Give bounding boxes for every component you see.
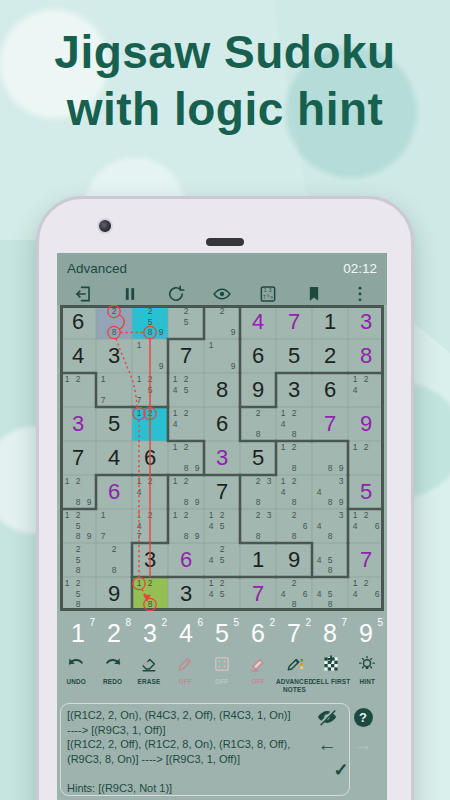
- candidate-digit: 9: [84, 531, 94, 542]
- user-value: 5: [348, 475, 384, 509]
- candidate-digit: 1: [134, 476, 144, 487]
- numpad-digit: 7: [287, 619, 301, 647]
- given-value: 9: [276, 543, 312, 577]
- candidate-digit: 8: [181, 497, 191, 508]
- prev-hint-arrow[interactable]: ←: [315, 733, 339, 757]
- candidate-digit: 5: [217, 589, 227, 600]
- candidate-digit: 5: [181, 385, 191, 396]
- numpad-digit: 5: [215, 619, 229, 647]
- cell-r1c2[interactable]: 28: [96, 305, 132, 339]
- numpad-5[interactable]: 55: [204, 615, 240, 651]
- cell-r9c9[interactable]: 1246: [348, 577, 384, 611]
- candidate-digit: 1: [206, 510, 216, 521]
- candidate-digit: 2: [253, 510, 263, 521]
- cell-r8c8[interactable]: 458: [312, 543, 348, 577]
- candidate-digit: 8: [325, 565, 335, 576]
- candidate-digit: 5: [325, 589, 335, 600]
- cell-r6c1[interactable]: 1289: [60, 475, 96, 509]
- cell-r2c9[interactable]: 8: [348, 339, 384, 373]
- svg-text:9: 9: [271, 295, 274, 300]
- candidate-digit: 2: [145, 510, 155, 521]
- cell-r5c5[interactable]: 3: [204, 441, 240, 475]
- candidate-digit: 2: [145, 578, 155, 589]
- candidate-digit: 2: [73, 544, 83, 555]
- numpad-digit: 4: [179, 619, 193, 647]
- cell-r4c5[interactable]: 6: [204, 407, 240, 441]
- eraser-icon: [139, 654, 159, 674]
- cell-r9c6[interactable]: 7: [240, 577, 276, 611]
- erase-button[interactable]: ERASE: [131, 651, 167, 699]
- numpad-8[interactable]: 87: [312, 615, 348, 651]
- cell-r6c5[interactable]: 7: [204, 475, 240, 509]
- apply-hint-check[interactable]: ✓: [329, 758, 353, 782]
- numpad-remaining-count: 7: [89, 617, 95, 628]
- exit-icon[interactable]: [73, 284, 95, 304]
- svg-text:1: 1: [264, 287, 267, 293]
- candidate-digit: 9: [192, 531, 202, 542]
- candidate-digit: 9: [336, 497, 346, 508]
- candidate-digit: 1: [170, 442, 180, 453]
- cell-r7c2[interactable]: 17: [96, 509, 132, 543]
- candidate-digit: 2: [181, 306, 191, 317]
- candidate-digit: 1: [278, 408, 288, 419]
- numpad-7[interactable]: 72: [276, 615, 312, 651]
- candidate-digit: 1: [62, 374, 72, 385]
- title-line-2: with logic hint: [0, 81, 450, 138]
- restart-icon[interactable]: [165, 284, 187, 304]
- hint-log-blank-line: [67, 766, 343, 781]
- candidate-digit: 5: [73, 589, 83, 600]
- cell-r1c7[interactable]: 7: [276, 305, 312, 339]
- cell-first-button[interactable]: CELL FIRST: [313, 651, 349, 699]
- cell-r8c5[interactable]: 245: [204, 543, 240, 577]
- user-value: 8: [348, 339, 384, 373]
- candidate-digit: 7: [98, 531, 108, 542]
- candidate-digit: 5: [73, 521, 83, 532]
- off-button[interactable]: OFF: [167, 651, 203, 699]
- candidate-digit: 2: [289, 408, 299, 419]
- app-screen: Advanced 02:12 13759 6282589252947134319…: [57, 253, 387, 800]
- off-button[interactable]: OFF: [240, 651, 276, 699]
- cell-r9c7[interactable]: 2468: [276, 577, 312, 611]
- given-value: 8: [204, 373, 240, 407]
- cell-r9c8[interactable]: 458: [312, 577, 348, 611]
- cell-r5c2[interactable]: 4: [96, 441, 132, 475]
- given-value: 5: [240, 441, 276, 475]
- cell-r4c8[interactable]: 7: [312, 407, 348, 441]
- cell-r6c9[interactable]: 5: [348, 475, 384, 509]
- cell-r3c7[interactable]: 3: [276, 373, 312, 407]
- pencil-icon: [175, 654, 195, 674]
- hint-button[interactable]: HINT: [349, 651, 385, 699]
- cell-r8c7[interactable]: 9: [276, 543, 312, 577]
- candidate-digit: 8: [289, 429, 299, 440]
- cell-r6c2[interactable]: 6: [96, 475, 132, 509]
- app-bar: Advanced 02:12 13759: [57, 253, 387, 305]
- candidate-digit: 1: [134, 510, 144, 521]
- user-value: 9: [348, 407, 384, 441]
- cell-r3c6[interactable]: 9: [240, 373, 276, 407]
- candidate-digit: 1: [134, 408, 144, 419]
- cell-r3c9[interactable]: 124: [348, 373, 384, 407]
- hint-log-line: [(R1C2, 2, On), (R4C3, 2, Off), (R4C3, 1…: [67, 708, 343, 723]
- candidate-digit: 5: [73, 555, 83, 566]
- candidate-digit: 4: [314, 521, 324, 532]
- pause-icon[interactable]: [119, 284, 141, 304]
- undo-icon: [66, 654, 86, 674]
- cell-r8c1[interactable]: 258: [60, 543, 96, 577]
- candidate-digit: 2: [217, 544, 227, 555]
- cell-r8c3[interactable]: 3: [132, 543, 168, 577]
- numpad-digit: 1: [71, 619, 85, 647]
- speaker-slot: [206, 238, 244, 246]
- candidate-digit: 4: [170, 419, 180, 430]
- cell-r9c1[interactable]: 1258: [60, 577, 96, 611]
- user-value: 7: [348, 543, 384, 577]
- candidate-digit: 2: [73, 476, 83, 487]
- toolbar-label: OFF: [165, 678, 205, 686]
- cell-r9c4[interactable]: 3: [168, 577, 204, 611]
- notes-grid-icon[interactable]: 13759: [257, 284, 279, 304]
- candidate-digit: 9: [336, 463, 346, 474]
- candidate-digit: 9: [156, 361, 166, 372]
- given-value: 5: [276, 339, 312, 373]
- cell-r2c7[interactable]: 5: [276, 339, 312, 373]
- candidate-digit: 3: [264, 476, 274, 487]
- cell-r6c8[interactable]: 3489: [312, 475, 348, 509]
- candidate-digit: 2: [217, 510, 227, 521]
- candidate-digit: 8: [253, 429, 263, 440]
- toolbar-label: ERASE: [129, 678, 169, 686]
- next-hint-arrow[interactable]: →: [351, 733, 375, 757]
- candidate-digit: 1: [134, 578, 144, 589]
- given-value: 6: [204, 407, 240, 441]
- candidate-digit: 4: [350, 385, 360, 396]
- candidate-digit: 2: [109, 544, 119, 555]
- advanced-notes-button[interactable]: ADVANCED NOTES: [276, 651, 312, 699]
- given-value: 1: [240, 543, 276, 577]
- candidate-digit: 8: [145, 327, 155, 338]
- candidate-digit: 5: [181, 317, 191, 328]
- candidate-digit: 7: [98, 395, 108, 406]
- given-value: 9: [240, 373, 276, 407]
- candidate-digit: 4: [206, 521, 216, 532]
- cell-r7c4[interactable]: 1289: [168, 509, 204, 543]
- candidate-digit: 1: [350, 510, 360, 521]
- toolbar-label: HINT: [347, 678, 387, 686]
- cell-r9c3[interactable]: 128: [132, 577, 168, 611]
- advanced-notes-icon: [285, 654, 305, 674]
- given-value: 3: [276, 373, 312, 407]
- candidate-digit: 2: [181, 442, 191, 453]
- cell-r2c5[interactable]: 19: [204, 339, 240, 373]
- candidate-digit: 8: [253, 497, 263, 508]
- cell-r5c6[interactable]: 5: [240, 441, 276, 475]
- svg-text:3: 3: [269, 287, 272, 293]
- cell-r6c7[interactable]: 1248: [276, 475, 312, 509]
- toolbar-label: OFF: [238, 678, 278, 686]
- cell-r7c7[interactable]: 268: [276, 509, 312, 543]
- toolbar-label: ADVANCED NOTES: [275, 678, 315, 693]
- cell-r7c1[interactable]: 12589: [60, 509, 96, 543]
- given-value: 6: [312, 373, 348, 407]
- help-icon[interactable]: ?: [351, 705, 375, 729]
- cell-r4c1[interactable]: 3: [60, 407, 96, 441]
- hints-summary-line: Hints: [(R9C3, Not 1)]: [67, 781, 343, 796]
- undo-button[interactable]: UNDO: [58, 651, 94, 699]
- candidate-digit: 4: [314, 589, 324, 600]
- candidate-digit: 2: [289, 476, 299, 487]
- candidate-digit: 2: [217, 578, 227, 589]
- candidate-digit: 9: [156, 327, 166, 338]
- numpad-remaining-count: 6: [197, 617, 203, 628]
- bookmark-icon[interactable]: [303, 284, 325, 304]
- cell-r5c9[interactable]: 12: [348, 441, 384, 475]
- cell-r2c8[interactable]: 2: [312, 339, 348, 373]
- candidate-digit: 2: [145, 408, 155, 419]
- cell-r6c3[interactable]: 124: [132, 475, 168, 509]
- candidate-digit: 3: [336, 510, 346, 521]
- cell-r5c4[interactable]: 1289: [168, 441, 204, 475]
- hint-log-line: (R9C3, 8, On)] ----> [(R9C3, 1, Off)]: [67, 752, 343, 767]
- cell-r2c6[interactable]: 6: [240, 339, 276, 373]
- marker-icon: [248, 654, 268, 674]
- off-button[interactable]: OFF: [204, 651, 240, 699]
- candidate-digit: 1: [98, 374, 108, 385]
- cell-r5c1[interactable]: 7: [60, 441, 96, 475]
- cell-r3c2[interactable]: 17: [96, 373, 132, 407]
- hint-log-panel: [(R1C2, 2, On), (R4C3, 2, Off), (R4C3, 1…: [60, 703, 350, 796]
- sudoku-board: 6282589252947134319719652812171257124589…: [60, 305, 384, 611]
- numpad-digit: 8: [323, 619, 337, 647]
- cell-r7c3[interactable]: 1247: [132, 509, 168, 543]
- cell-r1c3[interactable]: 2589: [132, 305, 168, 339]
- candidate-digit: 1: [98, 510, 108, 521]
- candidate-digit: 8: [325, 497, 335, 508]
- cell-r7c9[interactable]: 1246: [348, 509, 384, 543]
- candidate-digit: 1: [170, 476, 180, 487]
- page-title: Jigsaw Sudoku with logic hint: [0, 24, 450, 138]
- given-value: 7: [168, 339, 204, 373]
- candidate-digit: 4: [134, 521, 144, 532]
- cell-r1c9[interactable]: 3: [348, 305, 384, 339]
- numpad-remaining-count: 2: [305, 617, 311, 628]
- given-value: 4: [96, 441, 132, 475]
- question-glyph: ?: [354, 708, 373, 727]
- numpad-digit: 6: [251, 619, 265, 647]
- bottom-toolbar: UNDOREDOERASEOFFOFFOFFADVANCED NOTESCELL…: [58, 651, 386, 699]
- candidate-digit: 2: [145, 306, 155, 317]
- cell-r1c5[interactable]: 29: [204, 305, 240, 339]
- candidate-digit: 5: [325, 555, 335, 566]
- user-value: 4: [240, 305, 276, 339]
- cell-r9c5[interactable]: 1245: [204, 577, 240, 611]
- cell-r1c1[interactable]: 6: [60, 305, 96, 339]
- candidate-digit: 1: [350, 374, 360, 385]
- given-value: 3: [96, 339, 132, 373]
- hint-log-line: ----> [(R9C3, 1, Off)]: [67, 723, 343, 738]
- cell-r4c3[interactable]: 12: [132, 407, 168, 441]
- candidate-digit: 8: [145, 599, 155, 610]
- candidate-digit: 1: [62, 510, 72, 521]
- toolbar-label: REDO: [93, 678, 133, 686]
- candidate-digit: 1: [170, 510, 180, 521]
- given-value: 7: [60, 441, 96, 475]
- numpad-1[interactable]: 17: [60, 615, 96, 651]
- hint-icon: [357, 654, 377, 674]
- given-value: 5: [96, 407, 132, 441]
- candidate-digit: 9: [192, 463, 202, 474]
- numpad-9[interactable]: 95: [348, 615, 384, 651]
- candidate-digit: 8: [109, 565, 119, 576]
- user-value: 6: [96, 475, 132, 509]
- candidate-digit: 1: [134, 340, 144, 351]
- candidate-digit: 2: [181, 408, 191, 419]
- numpad-2[interactable]: 28: [96, 615, 132, 651]
- numpad-remaining-count: 5: [377, 617, 383, 628]
- candidate-digit: 4: [350, 521, 360, 532]
- numpad-remaining-count: 5: [233, 617, 239, 628]
- cell-r5c7[interactable]: 128: [276, 441, 312, 475]
- numpad-remaining-count: 7: [341, 617, 347, 628]
- cell-r8c2[interactable]: 28: [96, 543, 132, 577]
- candidate-digit: 2: [181, 510, 191, 521]
- numpad-3[interactable]: 32: [132, 615, 168, 651]
- redo-button[interactable]: REDO: [94, 651, 130, 699]
- candidate-digit: 9: [228, 327, 238, 338]
- candidate-digit: 2: [73, 578, 83, 589]
- candidate-digit: 8: [289, 497, 299, 508]
- cell-r7c6[interactable]: 238: [240, 509, 276, 543]
- title-line-1: Jigsaw Sudoku: [0, 24, 450, 81]
- candidate-digit: 9: [228, 361, 238, 372]
- numpad-remaining-count: 8: [125, 617, 131, 628]
- given-value: 9: [96, 577, 132, 611]
- cell-r2c3[interactable]: 19: [132, 339, 168, 373]
- candidate-digit: 9: [192, 497, 202, 508]
- candidate-digit: 2: [289, 442, 299, 453]
- cell-r3c1[interactable]: 12: [60, 373, 96, 407]
- user-value: 7: [312, 407, 348, 441]
- candidate-digit: 8: [73, 531, 83, 542]
- candidate-digit: 1: [62, 578, 72, 589]
- candidate-digit: 6: [300, 589, 310, 600]
- number-pad: 172832465562728795: [60, 615, 384, 651]
- candidate-digit: 8: [73, 497, 83, 508]
- dice-icon: [212, 654, 232, 674]
- cell-r1c4[interactable]: 25: [168, 305, 204, 339]
- candidate-digit: 4: [314, 487, 324, 498]
- cell-r8c9[interactable]: 7: [348, 543, 384, 577]
- cell-r6c6[interactable]: 238: [240, 475, 276, 509]
- candidate-digit: 8: [73, 565, 83, 576]
- candidate-digit: 2: [361, 374, 371, 385]
- numpad-4[interactable]: 46: [168, 615, 204, 651]
- cell-r6c4[interactable]: 1289: [168, 475, 204, 509]
- eye-icon[interactable]: [211, 284, 233, 304]
- cell-r2c2[interactable]: 3: [96, 339, 132, 373]
- eye-off-icon[interactable]: [315, 705, 339, 729]
- user-value: 6: [168, 543, 204, 577]
- candidate-digit: 4: [278, 589, 288, 600]
- cell-r1c6[interactable]: 4: [240, 305, 276, 339]
- given-value: 6: [60, 305, 96, 339]
- candidate-digit: 1: [170, 374, 180, 385]
- menu-icon[interactable]: [349, 284, 371, 304]
- cell-r2c4[interactable]: 7: [168, 339, 204, 373]
- user-value: 3: [204, 441, 240, 475]
- user-value: 3: [348, 305, 384, 339]
- cell-r4c2[interactable]: 5: [96, 407, 132, 441]
- cell-r4c6[interactable]: 28: [240, 407, 276, 441]
- cell-r3c8[interactable]: 6: [312, 373, 348, 407]
- candidate-digit: 1: [350, 442, 360, 453]
- candidate-digit: 5: [217, 521, 227, 532]
- cell-r3c5[interactable]: 8: [204, 373, 240, 407]
- cell-r4c9[interactable]: 9: [348, 407, 384, 441]
- cell-r5c8[interactable]: 89: [312, 441, 348, 475]
- candidate-digit: 1: [206, 578, 216, 589]
- numpad-digit: 3: [143, 619, 157, 647]
- candidate-digit: 2: [289, 510, 299, 521]
- cell-r1c8[interactable]: 1: [312, 305, 348, 339]
- redo-icon: [103, 654, 123, 674]
- cell-r4c7[interactable]: 1248: [276, 407, 312, 441]
- candidate-digit: 8: [289, 599, 299, 610]
- candidate-digit: 7: [134, 395, 144, 406]
- numpad-remaining-count: 2: [161, 617, 167, 628]
- cell-r2c1[interactable]: 4: [60, 339, 96, 373]
- cell-r3c4[interactable]: 1245: [168, 373, 204, 407]
- numpad-remaining-count: 2: [269, 617, 275, 628]
- hint-log-line: [(R1C2, 2, Off), (R1C2, 8, On), (R1C3, 8…: [67, 737, 343, 752]
- candidate-digit: 2: [361, 442, 371, 453]
- numpad-digit: 9: [359, 619, 373, 647]
- candidate-digit: 8: [325, 599, 335, 610]
- cell-r7c8[interactable]: 348: [312, 509, 348, 543]
- cell-r4c4[interactable]: 124: [168, 407, 204, 441]
- numpad-digit: 2: [107, 619, 121, 647]
- candidate-digit: 2: [289, 578, 299, 589]
- cell-r7c5[interactable]: 1245: [204, 509, 240, 543]
- given-value: 7: [204, 475, 240, 509]
- user-value: 3: [60, 407, 96, 441]
- given-value: 3: [132, 543, 168, 577]
- candidate-digit: 4: [350, 589, 360, 600]
- candidate-digit: 2: [145, 476, 155, 487]
- candidate-digit: 2: [109, 306, 119, 317]
- candidate-digit: 4: [278, 419, 288, 430]
- candidate-digit: 8: [181, 463, 191, 474]
- cell-r9c2[interactable]: 9: [96, 577, 132, 611]
- candidate-digit: 7: [134, 531, 144, 542]
- cell-r8c6[interactable]: 1: [240, 543, 276, 577]
- candidate-digit: 8: [253, 531, 263, 542]
- user-value: 7: [240, 577, 276, 611]
- candidate-digit: 5: [217, 555, 227, 566]
- candidate-digit: 2: [217, 306, 227, 317]
- candidate-digit: 6: [372, 589, 382, 600]
- candidate-digit: 1: [350, 578, 360, 589]
- cell-r8c4[interactable]: 6: [168, 543, 204, 577]
- cell-r5c3[interactable]: 6: [132, 441, 168, 475]
- cell-r3c3[interactable]: 1257: [132, 373, 168, 407]
- numpad-6[interactable]: 62: [240, 615, 276, 651]
- candidate-digit: 8: [109, 327, 119, 338]
- candidate-digit: 5: [145, 317, 155, 328]
- user-value: 7: [276, 305, 312, 339]
- svg-text:7: 7: [263, 294, 266, 300]
